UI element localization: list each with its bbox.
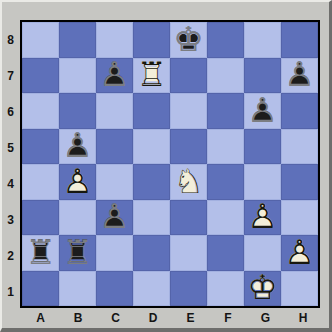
black-king[interactable]: ♚♔ [170, 22, 207, 58]
square-b1[interactable] [59, 271, 96, 307]
black-pawn[interactable]: ♟♙ [59, 129, 96, 165]
black-pawn[interactable]: ♟♙ [96, 58, 133, 94]
square-e1[interactable] [170, 271, 207, 307]
king-glyph-outline: ♔ [170, 22, 207, 56]
file-label-h: H [285, 308, 322, 328]
rank-label-2: 2 [2, 238, 19, 274]
white-knight[interactable]: ♞♘ [170, 164, 207, 200]
square-a6[interactable] [22, 93, 59, 129]
square-e2[interactable] [170, 235, 207, 271]
rank-label-1: 1 [2, 274, 19, 310]
white-king[interactable]: ♚♔ [244, 271, 281, 307]
file-label-c: C [97, 308, 134, 328]
knight-glyph-outline: ♘ [170, 164, 207, 198]
pawn-glyph-outline: ♙ [244, 93, 281, 127]
rank-label-5: 5 [2, 130, 19, 166]
square-h2[interactable]: ♟♙ [281, 235, 318, 271]
square-h8[interactable] [281, 22, 318, 58]
rank-label-6: 6 [2, 94, 19, 130]
black-pawn[interactable]: ♟♙ [96, 200, 133, 236]
file-label-d: D [135, 308, 172, 328]
square-g8[interactable] [244, 22, 281, 58]
rank-label-3: 3 [2, 202, 19, 238]
pawn-glyph-outline: ♙ [281, 235, 318, 269]
pawn-glyph-outline: ♙ [281, 58, 318, 92]
square-e7[interactable] [170, 58, 207, 94]
square-d6[interactable] [133, 93, 170, 129]
rook-glyph-outline: ♖ [59, 235, 96, 269]
square-f1[interactable] [207, 271, 244, 307]
square-g3[interactable]: ♟♙ [244, 200, 281, 236]
file-label-e: E [172, 308, 209, 328]
white-pawn[interactable]: ♟♙ [281, 235, 318, 271]
square-b7[interactable] [59, 58, 96, 94]
square-c2[interactable] [96, 235, 133, 271]
square-h3[interactable] [281, 200, 318, 236]
square-h1[interactable] [281, 271, 318, 307]
white-pawn[interactable]: ♟♙ [59, 164, 96, 200]
chess-board: ♚♔♟♙♜♖♟♙♟♙♟♙♟♙♞♘♟♙♟♙♜♖♜♖♟♙♚♔ [20, 20, 320, 308]
square-f2[interactable] [207, 235, 244, 271]
square-d8[interactable] [133, 22, 170, 58]
square-h7[interactable]: ♟♙ [281, 58, 318, 94]
square-h5[interactable] [281, 129, 318, 165]
file-label-a: A [22, 308, 59, 328]
square-g1[interactable]: ♚♔ [244, 271, 281, 307]
square-a2[interactable]: ♜♖ [22, 235, 59, 271]
square-a7[interactable] [22, 58, 59, 94]
square-c4[interactable] [96, 164, 133, 200]
pawn-glyph-outline: ♙ [96, 200, 133, 234]
square-a5[interactable] [22, 129, 59, 165]
square-a8[interactable] [22, 22, 59, 58]
file-label-b: B [60, 308, 97, 328]
black-rook[interactable]: ♜♖ [59, 235, 96, 271]
square-c5[interactable] [96, 129, 133, 165]
square-f6[interactable] [207, 93, 244, 129]
square-f7[interactable] [207, 58, 244, 94]
square-b8[interactable] [59, 22, 96, 58]
rank-label-8: 8 [2, 22, 19, 58]
square-e3[interactable] [170, 200, 207, 236]
square-a1[interactable] [22, 271, 59, 307]
square-c1[interactable] [96, 271, 133, 307]
pawn-glyph-outline: ♙ [59, 164, 96, 198]
rook-glyph-outline: ♖ [133, 58, 170, 92]
square-b6[interactable] [59, 93, 96, 129]
white-pawn[interactable]: ♟♙ [244, 200, 281, 236]
square-c8[interactable] [96, 22, 133, 58]
pawn-glyph-outline: ♙ [96, 58, 133, 92]
square-f8[interactable] [207, 22, 244, 58]
square-d4[interactable] [133, 164, 170, 200]
square-c6[interactable] [96, 93, 133, 129]
rook-glyph-outline: ♖ [22, 235, 59, 269]
square-g7[interactable] [244, 58, 281, 94]
square-a3[interactable] [22, 200, 59, 236]
rank-label-7: 7 [2, 58, 19, 94]
square-a4[interactable] [22, 164, 59, 200]
square-e8[interactable]: ♚♔ [170, 22, 207, 58]
square-b4[interactable]: ♟♙ [59, 164, 96, 200]
file-label-f: F [210, 308, 247, 328]
rank-label-4: 4 [2, 166, 19, 202]
square-d2[interactable] [133, 235, 170, 271]
square-c7[interactable]: ♟♙ [96, 58, 133, 94]
file-label-g: G [247, 308, 284, 328]
square-g6[interactable]: ♟♙ [244, 93, 281, 129]
black-rook[interactable]: ♜♖ [22, 235, 59, 271]
square-e5[interactable] [170, 129, 207, 165]
square-f5[interactable] [207, 129, 244, 165]
square-c3[interactable]: ♟♙ [96, 200, 133, 236]
pawn-glyph-outline: ♙ [244, 200, 281, 234]
square-d7[interactable]: ♜♖ [133, 58, 170, 94]
square-h6[interactable] [281, 93, 318, 129]
square-g4[interactable] [244, 164, 281, 200]
square-e4[interactable]: ♞♘ [170, 164, 207, 200]
square-h4[interactable] [281, 164, 318, 200]
square-d5[interactable] [133, 129, 170, 165]
square-g5[interactable] [244, 129, 281, 165]
square-f3[interactable] [207, 200, 244, 236]
white-rook[interactable]: ♜♖ [133, 58, 170, 94]
chess-diagram-window: ♚♔♟♙♜♖♟♙♟♙♟♙♟♙♞♘♟♙♟♙♜♖♜♖♟♙♚♔ 87654321 AB… [0, 0, 332, 332]
square-d1[interactable] [133, 271, 170, 307]
black-pawn[interactable]: ♟♙ [244, 93, 281, 129]
square-f4[interactable] [207, 164, 244, 200]
square-d3[interactable] [133, 200, 170, 236]
square-e6[interactable] [170, 93, 207, 129]
square-b3[interactable] [59, 200, 96, 236]
square-b5[interactable]: ♟♙ [59, 129, 96, 165]
king-glyph-outline: ♔ [244, 271, 281, 305]
square-b2[interactable]: ♜♖ [59, 235, 96, 271]
black-pawn[interactable]: ♟♙ [281, 58, 318, 94]
pawn-glyph-outline: ♙ [59, 129, 96, 163]
square-g2[interactable] [244, 235, 281, 271]
